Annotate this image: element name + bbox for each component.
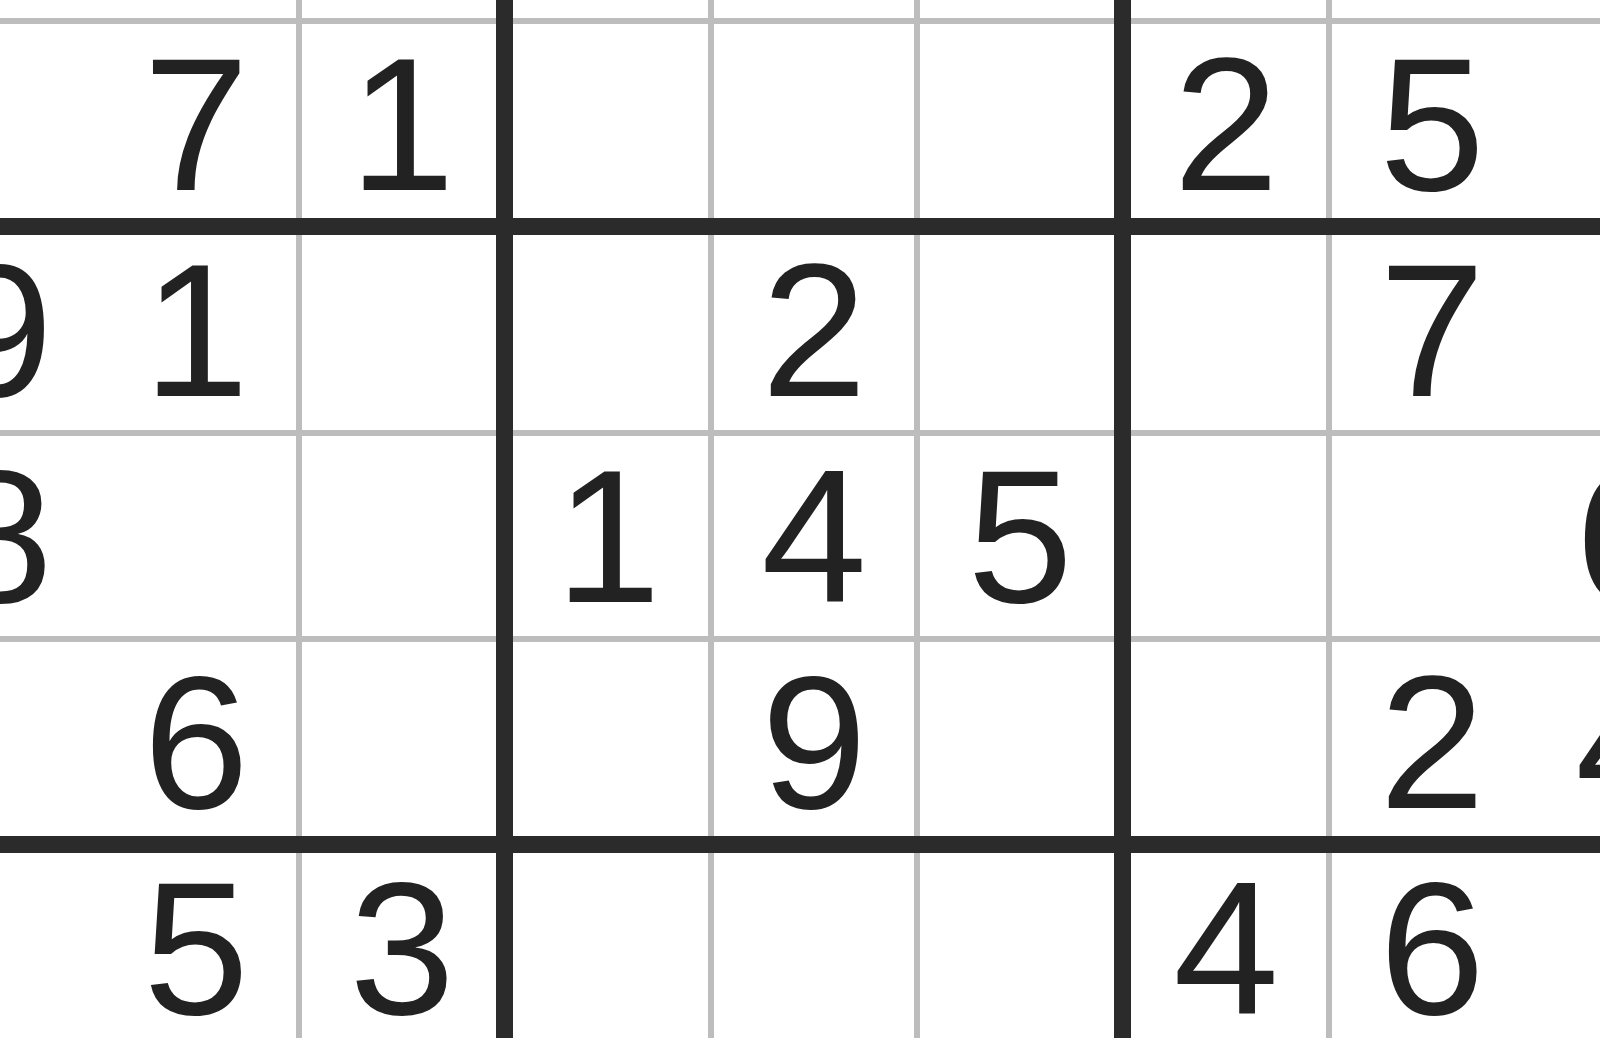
box-divider-vertical-2	[1114, 0, 1131, 1038]
cell-r7c9[interactable]	[1528, 848, 1600, 1038]
cell-r4c2[interactable]: 1	[96, 230, 296, 430]
cell-r5c9[interactable]: 6	[1528, 436, 1600, 636]
cell-r3c1[interactable]	[0, 24, 100, 224]
cell-r6c3[interactable]	[302, 642, 502, 842]
cell-r6c1[interactable]	[0, 642, 100, 842]
sudoku-board-crop: 643542966541872195217	[0, 0, 1600, 1038]
cell-r3c6[interactable]	[920, 24, 1120, 224]
cell-r5c5[interactable]: 4	[714, 436, 914, 636]
cell-r5c1[interactable]: 8	[0, 436, 100, 636]
cell-r7c3[interactable]: 3	[302, 848, 502, 1038]
cell-r5c6[interactable]: 5	[920, 436, 1120, 636]
cell-r7c6[interactable]	[920, 848, 1120, 1038]
cell-r2c5[interactable]	[714, 0, 914, 18]
cell-r4c6[interactable]	[920, 230, 1120, 430]
cell-r4c5[interactable]: 2	[714, 230, 914, 430]
cell-r6c5[interactable]: 9	[714, 642, 914, 842]
cell-r3c2[interactable]: 7	[96, 24, 296, 224]
cell-r6c8[interactable]: 2	[1332, 642, 1532, 842]
cell-r5c7[interactable]	[1126, 436, 1326, 636]
cell-r6c6[interactable]	[920, 642, 1120, 842]
cell-r7c7[interactable]: 4	[1126, 848, 1326, 1038]
cell-r3c7[interactable]: 2	[1126, 24, 1326, 224]
cell-r2c2[interactable]	[96, 0, 296, 18]
cell-r6c9[interactable]: 4	[1528, 642, 1600, 842]
cell-r5c4[interactable]: 1	[508, 436, 708, 636]
cell-r4c4[interactable]	[508, 230, 708, 430]
cell-r5c2[interactable]	[96, 436, 296, 636]
box-divider-horizontal-2	[0, 836, 1600, 853]
cell-r7c8[interactable]: 6	[1332, 848, 1532, 1038]
cell-r3c4[interactable]	[508, 24, 708, 224]
cell-r5c8[interactable]	[1332, 436, 1532, 636]
cell-r7c5[interactable]	[714, 848, 914, 1038]
cell-r6c2[interactable]: 6	[96, 642, 296, 842]
cell-r4c9[interactable]	[1528, 230, 1600, 430]
box-divider-horizontal-1	[0, 218, 1600, 235]
cell-r4c1[interactable]: 9	[0, 230, 100, 430]
cell-r3c9[interactable]	[1528, 24, 1600, 224]
cell-r2c6[interactable]	[920, 0, 1120, 18]
cell-r6c4[interactable]	[508, 642, 708, 842]
cell-r3c3[interactable]: 1	[302, 24, 502, 224]
cell-r2c3[interactable]	[302, 0, 502, 18]
sudoku-grid: 643542966541872195217	[0, 0, 1600, 1038]
cell-r3c8[interactable]: 5	[1332, 24, 1532, 224]
cell-r2c9[interactable]	[1528, 0, 1600, 18]
cell-r4c7[interactable]	[1126, 230, 1326, 430]
cell-r7c1[interactable]	[0, 848, 100, 1038]
cell-r2c8[interactable]	[1332, 0, 1532, 18]
cell-r2c1[interactable]	[0, 0, 100, 18]
cell-r4c3[interactable]	[302, 230, 502, 430]
cell-r2c4[interactable]	[508, 0, 708, 18]
box-divider-vertical-1	[496, 0, 513, 1038]
cell-r6c7[interactable]	[1126, 642, 1326, 842]
cell-r3c5[interactable]	[714, 24, 914, 224]
cell-r7c2[interactable]: 5	[96, 848, 296, 1038]
cell-r4c8[interactable]: 7	[1332, 230, 1532, 430]
cell-r2c7[interactable]	[1126, 0, 1326, 18]
cell-r7c4[interactable]	[508, 848, 708, 1038]
cell-r5c3[interactable]	[302, 436, 502, 636]
